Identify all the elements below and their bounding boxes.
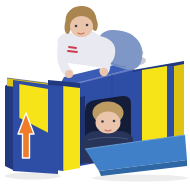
right-pillar-corner-strip [167,66,174,143]
toddler-hair-lock-left [65,20,71,34]
toddler-hand-right [100,68,108,76]
right-pillar-side-face [174,64,184,141]
toddler-eye-left [75,25,78,28]
right-pillar-front-face [142,66,167,146]
child-on-top [57,6,146,78]
left-pillar [48,80,80,171]
right-pillar [133,61,184,148]
scene-canvas [0,0,190,190]
boy-eye-right [113,120,116,123]
toddler-eye-right [86,24,89,27]
toddler-hand-left [65,70,73,78]
boy-face [96,112,121,134]
boy-eye-left [101,120,104,123]
left-pillar-blue-face [48,85,63,171]
right-pillar-left-strip [133,70,142,148]
left-block-side-face [5,80,13,170]
floor-shadow-right [92,175,188,182]
left-pillar-yellow-face [63,86,80,171]
soft-play-product-photo [0,0,190,190]
toddler-hair-lock-right [92,19,98,31]
